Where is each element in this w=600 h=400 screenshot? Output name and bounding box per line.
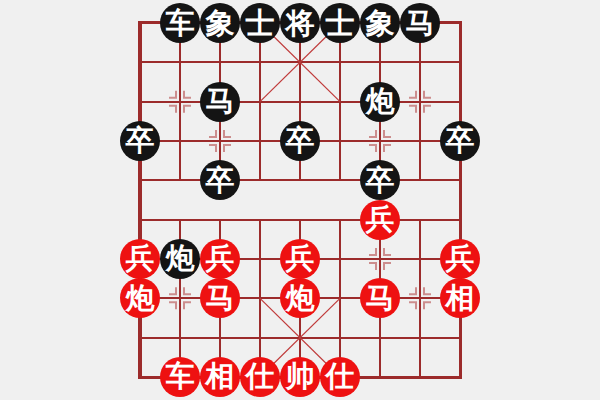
piece-red-chariot[interactable]: 车 — [160, 357, 200, 397]
piece-red-soldier[interactable]: 兵 — [200, 239, 240, 279]
piece-red-elephant[interactable]: 相 — [200, 357, 240, 397]
piece-black-soldier[interactable]: 卒 — [360, 160, 400, 200]
piece-red-cannon[interactable]: 炮 — [280, 278, 320, 318]
piece-black-soldier[interactable]: 卒 — [280, 121, 320, 161]
piece-black-advisor[interactable]: 士 — [240, 3, 280, 43]
piece-red-soldier[interactable]: 兵 — [360, 200, 400, 240]
piece-black-soldier[interactable]: 卒 — [200, 160, 240, 200]
piece-black-soldier[interactable]: 卒 — [120, 121, 160, 161]
piece-red-elephant[interactable]: 相 — [440, 278, 480, 318]
piece-red-horse[interactable]: 马 — [360, 278, 400, 318]
piece-black-chariot[interactable]: 车 — [160, 3, 200, 43]
piece-black-elephant[interactable]: 象 — [360, 3, 400, 43]
piece-black-general[interactable]: 将 — [280, 3, 320, 43]
piece-black-advisor[interactable]: 士 — [320, 3, 360, 43]
piece-red-general[interactable]: 帅 — [280, 357, 320, 397]
piece-black-horse[interactable]: 马 — [400, 3, 440, 43]
piece-red-soldier[interactable]: 兵 — [440, 239, 480, 279]
piece-red-cannon[interactable]: 炮 — [120, 278, 160, 318]
piece-red-advisor[interactable]: 仕 — [320, 357, 360, 397]
piece-red-horse[interactable]: 马 — [200, 278, 240, 318]
piece-red-soldier[interactable]: 兵 — [280, 239, 320, 279]
piece-black-soldier[interactable]: 卒 — [440, 121, 480, 161]
piece-black-cannon[interactable]: 炮 — [160, 239, 200, 279]
piece-black-elephant[interactable]: 象 — [200, 3, 240, 43]
piece-black-horse[interactable]: 马 — [200, 82, 240, 122]
piece-black-cannon[interactable]: 炮 — [360, 82, 400, 122]
pieces-layer[interactable]: 车象士将士象马马炮卒卒卒卒卒炮兵兵兵兵兵炮马炮马相车相仕帅仕 — [0, 0, 600, 400]
xiangqi-board: 车象士将士象马马炮卒卒卒卒卒炮兵兵兵兵兵炮马炮马相车相仕帅仕 — [0, 0, 600, 400]
piece-red-soldier[interactable]: 兵 — [120, 239, 160, 279]
piece-red-advisor[interactable]: 仕 — [240, 357, 280, 397]
